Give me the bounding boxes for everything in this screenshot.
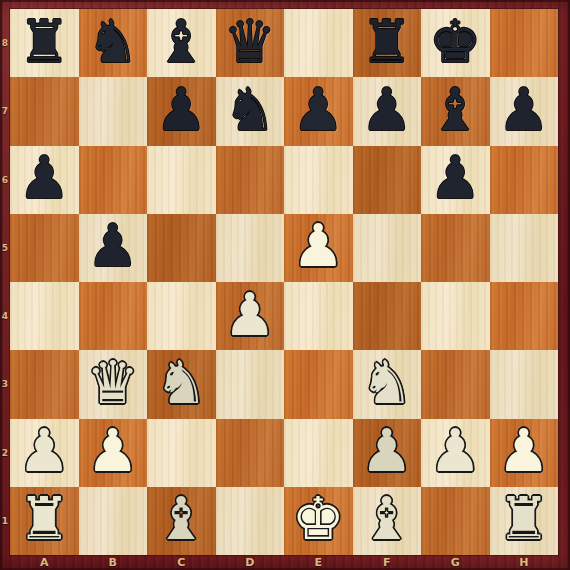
square-a7[interactable] xyxy=(10,77,79,145)
file-label-c: C xyxy=(147,555,216,570)
square-h1[interactable]: ♜ xyxy=(490,487,559,555)
rank-label-3: 3 xyxy=(0,350,10,418)
square-d2[interactable] xyxy=(216,419,285,487)
piece-black-pawn[interactable]: ♟ xyxy=(360,80,413,139)
square-e7[interactable]: ♟ xyxy=(284,77,353,145)
file-label-e: E xyxy=(284,555,353,570)
piece-white-rook[interactable]: ♜ xyxy=(18,489,71,548)
square-b2[interactable]: ♟ xyxy=(79,419,148,487)
square-g4[interactable] xyxy=(421,282,490,350)
square-g1[interactable] xyxy=(421,487,490,555)
square-c3[interactable]: ♞ xyxy=(147,350,216,418)
chess-board-frame: 87654321 ABCDEFGH ♜♞♝♛♜♚♟♞♟♟♝♟♟♟♟♟♟♛♞♞♟♟… xyxy=(0,0,570,570)
square-b5[interactable]: ♟ xyxy=(79,214,148,282)
square-h4[interactable] xyxy=(490,282,559,350)
piece-white-knight[interactable]: ♞ xyxy=(360,353,413,412)
square-a1[interactable]: ♜ xyxy=(10,487,79,555)
file-label-f: F xyxy=(353,555,422,570)
square-a5[interactable] xyxy=(10,214,79,282)
piece-white-pawn[interactable]: ♟ xyxy=(497,421,550,480)
piece-black-rook[interactable]: ♜ xyxy=(18,12,71,71)
square-f8[interactable]: ♜ xyxy=(353,9,422,77)
piece-black-queen[interactable]: ♛ xyxy=(223,12,276,71)
piece-black-pawn[interactable]: ♟ xyxy=(292,80,345,139)
square-f6[interactable] xyxy=(353,146,422,214)
square-d3[interactable] xyxy=(216,350,285,418)
square-h8[interactable] xyxy=(490,9,559,77)
square-g8[interactable]: ♚ xyxy=(421,9,490,77)
piece-white-pawn[interactable]: ♟ xyxy=(223,285,276,344)
square-g2[interactable]: ♟ xyxy=(421,419,490,487)
square-c1[interactable]: ♝ xyxy=(147,487,216,555)
piece-white-bishop[interactable]: ♝ xyxy=(360,489,413,548)
square-a4[interactable] xyxy=(10,282,79,350)
square-c6[interactable] xyxy=(147,146,216,214)
square-a2[interactable]: ♟ xyxy=(10,419,79,487)
square-h6[interactable] xyxy=(490,146,559,214)
square-g5[interactable] xyxy=(421,214,490,282)
piece-black-pawn[interactable]: ♟ xyxy=(18,148,71,207)
square-f2[interactable]: ♟ xyxy=(353,419,422,487)
piece-black-king[interactable]: ♚ xyxy=(429,12,482,71)
file-label-b: B xyxy=(79,555,148,570)
rank-label-1: 1 xyxy=(0,487,10,555)
square-f7[interactable]: ♟ xyxy=(353,77,422,145)
piece-black-bishop[interactable]: ♝ xyxy=(155,12,208,71)
piece-black-pawn[interactable]: ♟ xyxy=(155,80,208,139)
file-label-a: A xyxy=(10,555,79,570)
rank-label-7: 7 xyxy=(0,77,10,145)
piece-black-rook[interactable]: ♜ xyxy=(360,12,413,71)
square-h3[interactable] xyxy=(490,350,559,418)
square-h5[interactable] xyxy=(490,214,559,282)
square-e2[interactable] xyxy=(284,419,353,487)
square-f5[interactable] xyxy=(353,214,422,282)
rank-labels: 87654321 xyxy=(0,9,10,555)
square-f1[interactable]: ♝ xyxy=(353,487,422,555)
square-e1[interactable]: ♚ xyxy=(284,487,353,555)
square-e6[interactable] xyxy=(284,146,353,214)
rank-label-4: 4 xyxy=(0,282,10,350)
square-d5[interactable] xyxy=(216,214,285,282)
piece-white-bishop[interactable]: ♝ xyxy=(155,489,208,548)
square-f3[interactable]: ♞ xyxy=(353,350,422,418)
rank-label-8: 8 xyxy=(0,9,10,77)
rank-label-5: 5 xyxy=(0,214,10,282)
square-e8[interactable] xyxy=(284,9,353,77)
rank-label-6: 6 xyxy=(0,146,10,214)
piece-white-pawn[interactable]: ♟ xyxy=(429,421,482,480)
square-g3[interactable] xyxy=(421,350,490,418)
square-b8[interactable]: ♞ xyxy=(79,9,148,77)
piece-black-knight[interactable]: ♞ xyxy=(223,80,276,139)
piece-white-knight[interactable]: ♞ xyxy=(155,353,208,412)
square-d8[interactable]: ♛ xyxy=(216,9,285,77)
piece-black-pawn[interactable]: ♟ xyxy=(497,80,550,139)
square-a6[interactable]: ♟ xyxy=(10,146,79,214)
square-d6[interactable] xyxy=(216,146,285,214)
file-labels: ABCDEFGH xyxy=(10,555,558,570)
chess-board: ♜♞♝♛♜♚♟♞♟♟♝♟♟♟♟♟♟♛♞♞♟♟♟♟♟♜♝♚♝♜ xyxy=(10,9,558,555)
square-b3[interactable]: ♛ xyxy=(79,350,148,418)
piece-white-queen[interactable]: ♛ xyxy=(86,353,139,412)
square-b4[interactable] xyxy=(79,282,148,350)
square-b7[interactable] xyxy=(79,77,148,145)
square-b6[interactable] xyxy=(79,146,148,214)
square-a3[interactable] xyxy=(10,350,79,418)
file-label-g: G xyxy=(421,555,490,570)
piece-white-pawn[interactable]: ♟ xyxy=(292,216,345,275)
square-h2[interactable]: ♟ xyxy=(490,419,559,487)
piece-black-bishop[interactable]: ♝ xyxy=(429,80,482,139)
piece-white-pawn[interactable]: ♟ xyxy=(360,421,413,480)
file-label-h: H xyxy=(490,555,559,570)
piece-black-pawn[interactable]: ♟ xyxy=(429,148,482,207)
square-d1[interactable] xyxy=(216,487,285,555)
piece-white-rook[interactable]: ♜ xyxy=(497,489,550,548)
square-e4[interactable] xyxy=(284,282,353,350)
square-e5[interactable]: ♟ xyxy=(284,214,353,282)
piece-white-pawn[interactable]: ♟ xyxy=(86,421,139,480)
square-f4[interactable] xyxy=(353,282,422,350)
square-e3[interactable] xyxy=(284,350,353,418)
piece-white-king[interactable]: ♚ xyxy=(292,489,345,548)
file-label-d: D xyxy=(216,555,285,570)
piece-white-pawn[interactable]: ♟ xyxy=(18,421,71,480)
piece-black-pawn[interactable]: ♟ xyxy=(86,216,139,275)
square-c5[interactable] xyxy=(147,214,216,282)
square-d4[interactable]: ♟ xyxy=(216,282,285,350)
square-g6[interactable]: ♟ xyxy=(421,146,490,214)
rank-label-2: 2 xyxy=(0,419,10,487)
square-c2[interactable] xyxy=(147,419,216,487)
square-h7[interactable]: ♟ xyxy=(490,77,559,145)
square-c7[interactable]: ♟ xyxy=(147,77,216,145)
piece-black-knight[interactable]: ♞ xyxy=(86,12,139,71)
square-b1[interactable] xyxy=(79,487,148,555)
square-a8[interactable]: ♜ xyxy=(10,9,79,77)
square-d7[interactable]: ♞ xyxy=(216,77,285,145)
square-c4[interactable] xyxy=(147,282,216,350)
square-g7[interactable]: ♝ xyxy=(421,77,490,145)
square-c8[interactable]: ♝ xyxy=(147,9,216,77)
